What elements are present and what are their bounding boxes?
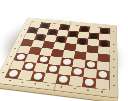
black-checker-h6[interactable]: ● [99, 39, 110, 47]
white-checker-h2[interactable]: ● [96, 68, 109, 78]
square-g1[interactable]: ● [82, 77, 96, 88]
square-f1[interactable] [69, 76, 84, 87]
checkers-board: ●●●●●●●●●●●●●●●●●●●●●●●● [0, 18, 119, 101]
square-h1[interactable] [95, 78, 109, 89]
white-checker-g1[interactable]: ● [82, 76, 96, 87]
checkers-set-photo: ●●●●●●●●●●●●●●●●●●●●●●●● [0, 0, 128, 101]
white-checker-f2[interactable]: ● [71, 66, 85, 76]
white-checker-g3[interactable]: ● [85, 59, 98, 68]
black-checker-g7[interactable]: ● [88, 32, 99, 39]
